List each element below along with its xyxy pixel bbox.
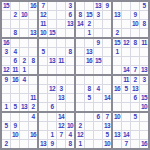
cell-r7c4[interactable]: 8	[29, 57, 37, 65]
cell-r16c12[interactable]: 10	[103, 140, 111, 148]
cell-r7c6[interactable]: 13	[48, 57, 56, 65]
cell-r4c1[interactable]	[2, 29, 10, 37]
cell-r10c2[interactable]	[11, 85, 19, 93]
cell-r9c16[interactable]: 3	[140, 76, 148, 84]
cell-r16c11[interactable]	[94, 140, 102, 148]
cell-r11c8[interactable]	[66, 94, 74, 102]
cell-r15c6[interactable]: 1	[48, 131, 56, 139]
cell-r7c10[interactable]: 16	[85, 57, 93, 65]
cell-r15c5[interactable]	[39, 131, 47, 139]
cell-r7c11[interactable]: 15	[94, 57, 102, 65]
cell-r3c9[interactable]: 14	[76, 20, 84, 28]
cell-r8c3[interactable]: 1	[20, 66, 28, 74]
cell-r13c10[interactable]	[85, 113, 93, 121]
box-r4c2: 1412101741398	[39, 113, 74, 148]
cell-r11c1[interactable]	[2, 94, 10, 102]
cell-r14c8[interactable]: 10	[66, 122, 74, 130]
cell-r12c1[interactable]: 1	[2, 103, 10, 111]
cell-r5c10[interactable]	[85, 39, 93, 47]
cell-r10c13[interactable]: 16	[113, 85, 121, 93]
cell-r12c6[interactable]: 6	[48, 103, 56, 111]
cell-r2c3[interactable]: 10	[20, 11, 28, 19]
cell-r13c16[interactable]	[140, 113, 148, 121]
cell-r4c4[interactable]: 13	[29, 29, 37, 37]
cell-r16c16[interactable]: 16	[140, 140, 148, 148]
cell-r16c5[interactable]: 13	[39, 140, 47, 148]
cell-r7c15[interactable]	[131, 57, 139, 65]
cell-r4c15[interactable]	[131, 29, 139, 37]
cell-r16c15[interactable]	[131, 140, 139, 148]
cell-r16c3[interactable]	[20, 140, 28, 148]
cell-r2c11[interactable]: 3	[94, 11, 102, 19]
cell-r3c2[interactable]	[11, 20, 19, 28]
cell-r14c16[interactable]	[140, 122, 148, 130]
cell-r3c1[interactable]	[2, 20, 10, 28]
cell-r15c1[interactable]	[2, 131, 10, 139]
cell-r3c5[interactable]: 11	[39, 20, 47, 28]
cell-r3c13[interactable]	[113, 20, 121, 28]
cell-r8c4[interactable]	[29, 66, 37, 74]
cell-r13c4[interactable]: 4	[29, 113, 37, 121]
cell-r4c7[interactable]	[57, 29, 65, 37]
cell-r16c14[interactable]: 7	[122, 140, 130, 148]
cell-r3c3[interactable]	[20, 20, 28, 28]
cell-r15c8[interactable]: 4	[66, 131, 74, 139]
cell-r13c12[interactable]: 7	[103, 113, 111, 121]
cell-r9c15[interactable]: 2	[131, 76, 139, 84]
box-r1c1: 1516210813	[2, 2, 37, 37]
cell-r1c3[interactable]	[20, 2, 28, 10]
cell-r15c13[interactable]: 13	[113, 131, 121, 139]
cell-r2c9[interactable]: 8	[76, 11, 84, 19]
cell-r16c6[interactable]: 9	[48, 140, 56, 148]
cell-r1c5[interactable]: 7	[39, 2, 47, 10]
sudoku-board: 1516210813731261113101513981531421513910…	[0, 0, 150, 150]
cell-r1c13[interactable]	[113, 2, 121, 10]
cell-r5c8[interactable]	[66, 39, 74, 47]
cell-r9c1[interactable]: 9	[2, 76, 10, 84]
cell-r11c13[interactable]	[113, 94, 121, 102]
cell-r10c11[interactable]: 4	[94, 85, 102, 93]
cell-r8c5[interactable]	[39, 66, 47, 74]
cell-r6c14[interactable]	[122, 48, 130, 56]
cell-r1c11[interactable]: 13	[94, 2, 102, 10]
box-r3c3: 84514	[76, 76, 111, 111]
cell-r8c8[interactable]	[66, 66, 74, 74]
cell-r1c4[interactable]: 16	[29, 2, 37, 10]
cell-r1c16[interactable]: 5	[140, 2, 148, 10]
cell-r14c11[interactable]	[94, 122, 102, 130]
cell-r1c8[interactable]: 3	[66, 2, 74, 10]
box-r1c4: 51391082	[113, 2, 148, 37]
cell-r15c9[interactable]: 12	[76, 131, 84, 139]
cell-r10c3[interactable]	[20, 85, 28, 93]
cell-r16c7[interactable]	[57, 140, 65, 148]
cell-r13c6[interactable]	[48, 113, 56, 121]
cell-r6c10[interactable]: 13	[85, 48, 93, 56]
cell-r4c8[interactable]	[66, 29, 74, 37]
cell-r12c7[interactable]	[57, 103, 65, 111]
cell-r8c16[interactable]: 13	[140, 66, 148, 74]
cell-r9c4[interactable]	[29, 76, 37, 84]
cell-r15c10[interactable]	[85, 131, 93, 139]
cell-r6c1[interactable]: 3	[2, 48, 10, 56]
cell-r8c11[interactable]	[94, 66, 102, 74]
cell-r2c2[interactable]: 2	[11, 11, 19, 19]
cell-r16c13[interactable]	[113, 140, 121, 148]
cell-r15c14[interactable]: 14	[122, 131, 130, 139]
box-r1c2: 7312611131015	[39, 2, 74, 37]
cell-r5c4[interactable]	[29, 39, 37, 47]
cell-r2c5[interactable]: 12	[39, 11, 47, 19]
cell-r5c3[interactable]	[20, 39, 28, 47]
cell-r15c11[interactable]	[94, 131, 102, 139]
cell-r10c5[interactable]	[39, 85, 47, 93]
cell-r7c8[interactable]	[66, 57, 74, 65]
box-r2c2: 581311	[39, 39, 74, 74]
cell-r6c7[interactable]	[57, 48, 65, 56]
cell-r10c8[interactable]	[66, 85, 74, 93]
cell-r16c4[interactable]	[29, 140, 37, 148]
cell-r13c5[interactable]	[39, 113, 47, 121]
cell-r2c4[interactable]	[29, 11, 37, 19]
cell-r11c6[interactable]	[48, 94, 56, 102]
cell-r4c6[interactable]: 15	[48, 29, 56, 37]
cell-r11c9[interactable]	[76, 94, 84, 102]
cell-r14c12[interactable]: 13	[103, 122, 111, 130]
cell-r13c15[interactable]: 5	[131, 113, 139, 121]
cell-r4c14[interactable]	[122, 29, 130, 37]
cell-r8c14[interactable]: 14	[122, 66, 130, 74]
cell-r12c9[interactable]	[76, 103, 84, 111]
cell-r7c2[interactable]: 6	[11, 57, 19, 65]
cell-r14c13[interactable]	[113, 122, 121, 130]
cell-r4c13[interactable]: 2	[113, 29, 121, 37]
cell-r6c15[interactable]	[131, 48, 139, 56]
cell-r5c9[interactable]	[76, 39, 84, 47]
cell-r15c2[interactable]: 10	[11, 131, 19, 139]
cell-r1c9[interactable]	[76, 2, 84, 10]
cell-r9c13[interactable]	[113, 76, 121, 84]
cell-r13c11[interactable]: 6	[94, 113, 102, 121]
cell-r7c3[interactable]: 2	[20, 57, 28, 65]
cell-r8c9[interactable]	[76, 66, 84, 74]
cell-r13c14[interactable]	[122, 113, 130, 121]
cell-r11c7[interactable]: 13	[57, 94, 65, 102]
cell-r8c13[interactable]	[113, 66, 121, 74]
cell-r1c12[interactable]: 9	[103, 2, 111, 10]
cell-r2c10[interactable]: 15	[85, 11, 93, 19]
cell-r13c13[interactable]: 10	[113, 113, 121, 121]
cell-r5c1[interactable]: 16	[2, 39, 10, 47]
cell-r14c9[interactable]: 2	[76, 122, 84, 130]
cell-r14c14[interactable]	[122, 122, 130, 130]
cell-r7c16[interactable]	[140, 57, 148, 65]
cell-r13c8[interactable]	[66, 113, 74, 121]
cell-r16c9[interactable]: 1	[76, 140, 84, 148]
cell-r5c12[interactable]	[103, 39, 111, 47]
cell-r13c3[interactable]	[20, 113, 28, 121]
cell-r13c2[interactable]	[11, 113, 19, 121]
cell-r5c2[interactable]	[11, 39, 19, 47]
cell-r6c6[interactable]	[48, 48, 56, 56]
cell-r10c14[interactable]: 5	[122, 85, 130, 93]
cell-r12c13[interactable]	[113, 103, 121, 111]
cell-r11c3[interactable]	[20, 94, 28, 102]
cell-r9c6[interactable]	[48, 76, 56, 84]
box-r4c3: 67213125110	[76, 113, 111, 148]
cell-r7c12[interactable]	[103, 57, 111, 65]
cell-r12c15[interactable]	[131, 103, 139, 111]
cell-r5c13[interactable]: 15	[113, 39, 121, 47]
cell-r9c8[interactable]	[66, 76, 74, 84]
cell-r11c2[interactable]	[11, 94, 19, 102]
cell-r15c7[interactable]: 7	[57, 131, 65, 139]
cell-r2c15[interactable]: 9	[131, 11, 139, 19]
cell-r2c8[interactable]: 6	[66, 11, 74, 19]
cell-r7c7[interactable]: 11	[57, 57, 65, 65]
cell-r3c16[interactable]: 8	[140, 20, 148, 28]
cell-r14c1[interactable]: 5	[2, 122, 10, 130]
cell-r1c6[interactable]	[48, 2, 56, 10]
box-r4c4: 1051314716	[113, 113, 148, 148]
cell-r10c15[interactable]: 13	[131, 85, 139, 93]
cell-r5c11[interactable]: 9	[94, 39, 102, 47]
cell-r1c10[interactable]	[85, 2, 93, 10]
cell-r6c16[interactable]	[140, 48, 148, 56]
cell-r9c10[interactable]	[85, 76, 93, 84]
cell-r14c3[interactable]	[20, 122, 28, 130]
cell-r10c1[interactable]	[2, 85, 10, 93]
cell-r8c6[interactable]	[48, 66, 56, 74]
cell-r9c11[interactable]	[94, 76, 102, 84]
cell-r11c16[interactable]: 15	[140, 94, 148, 102]
cell-r6c2[interactable]: 4	[11, 48, 19, 56]
cell-r9c2[interactable]: 16	[11, 76, 19, 84]
cell-r12c14[interactable]	[122, 103, 130, 111]
box-r2c4: 1512811114713	[113, 39, 148, 74]
cell-r13c9[interactable]	[76, 113, 84, 121]
cell-r4c16[interactable]	[140, 29, 148, 37]
cell-r8c10[interactable]	[85, 66, 93, 74]
cell-r4c12[interactable]	[103, 29, 111, 37]
cell-r12c2[interactable]: 5	[11, 103, 19, 111]
cell-r3c15[interactable]: 10	[131, 20, 139, 28]
cell-r10c6[interactable]: 12	[48, 85, 56, 93]
cell-r3c8[interactable]: 13	[66, 20, 74, 28]
cell-r3c14[interactable]	[122, 20, 130, 28]
cell-r6c8[interactable]: 8	[66, 48, 74, 56]
cell-r11c12[interactable]: 14	[103, 94, 111, 102]
cell-r5c14[interactable]: 12	[122, 39, 130, 47]
cell-r4c10[interactable]: 1	[85, 29, 93, 37]
cell-r6c13[interactable]: 1	[113, 48, 121, 56]
cell-r14c15[interactable]	[131, 122, 139, 130]
cell-r8c7[interactable]	[57, 66, 65, 74]
cell-r9c7[interactable]	[57, 76, 65, 84]
cell-r5c15[interactable]: 8	[131, 39, 139, 47]
cell-r12c4[interactable]: 2	[29, 103, 37, 111]
cell-r2c16[interactable]	[140, 11, 148, 19]
cell-r2c14[interactable]	[122, 11, 130, 19]
cell-r10c7[interactable]: 3	[57, 85, 65, 93]
cell-r4c11[interactable]	[94, 29, 102, 37]
box-r3c1: 91641115132	[2, 76, 37, 111]
cell-r3c10[interactable]: 2	[85, 20, 93, 28]
cell-r8c1[interactable]: 12	[2, 66, 10, 74]
cell-r16c8[interactable]: 8	[66, 140, 74, 148]
cell-r14c6[interactable]	[48, 122, 56, 130]
cell-r3c11[interactable]	[94, 20, 102, 28]
cell-r5c7[interactable]	[57, 39, 65, 47]
cell-r3c12[interactable]	[103, 20, 111, 28]
cell-r11c10[interactable]: 5	[85, 94, 93, 102]
cell-r2c1[interactable]	[2, 11, 10, 19]
box-r2c1: 163462812111	[2, 39, 37, 74]
cell-r16c2[interactable]	[11, 140, 19, 148]
box-r3c2: 123136	[39, 76, 74, 111]
cell-r11c4[interactable]: 11	[29, 94, 37, 102]
cell-r14c7[interactable]: 12	[57, 122, 65, 130]
cell-r6c11[interactable]	[94, 48, 102, 56]
cell-r7c9[interactable]	[76, 57, 84, 65]
cell-r1c1[interactable]: 15	[2, 2, 10, 10]
cell-r11c5[interactable]	[39, 94, 47, 102]
cell-r10c4[interactable]	[29, 85, 37, 93]
cell-r15c12[interactable]: 5	[103, 131, 111, 139]
cell-r10c16[interactable]	[140, 85, 148, 93]
cell-r1c15[interactable]	[131, 2, 139, 10]
cell-r10c12[interactable]	[103, 85, 111, 93]
cell-r4c3[interactable]	[20, 29, 28, 37]
cell-r6c5[interactable]: 5	[39, 48, 47, 56]
cell-r14c5[interactable]	[39, 122, 47, 130]
box-r2c3: 9131615	[76, 39, 111, 74]
cell-r2c7[interactable]	[57, 11, 65, 19]
cell-r12c5[interactable]	[39, 103, 47, 111]
cell-r4c5[interactable]: 10	[39, 29, 47, 37]
cell-r14c2[interactable]: 9	[11, 122, 19, 130]
cell-r1c14[interactable]	[122, 2, 130, 10]
cell-r12c10[interactable]	[85, 103, 93, 111]
cell-r9c3[interactable]: 4	[20, 76, 28, 84]
cell-r12c8[interactable]	[66, 103, 74, 111]
cell-r8c2[interactable]: 11	[11, 66, 19, 74]
cell-r14c4[interactable]	[29, 122, 37, 130]
cell-r7c5[interactable]	[39, 57, 47, 65]
cell-r8c15[interactable]: 7	[131, 66, 139, 74]
cell-r9c5[interactable]	[39, 76, 47, 84]
cell-r15c4[interactable]: 16	[29, 131, 37, 139]
cell-r2c6[interactable]	[48, 11, 56, 19]
cell-r6c9[interactable]	[76, 48, 84, 56]
box-r4c1: 45910162	[2, 113, 37, 148]
cell-r7c1[interactable]	[2, 57, 10, 65]
cell-r11c14[interactable]	[122, 94, 130, 102]
cell-r3c4[interactable]	[29, 20, 37, 28]
cell-r2c12[interactable]	[103, 11, 111, 19]
cell-r12c11[interactable]	[94, 103, 102, 111]
cell-r12c12[interactable]	[103, 103, 111, 111]
cell-r2c13[interactable]: 13	[113, 11, 121, 19]
cell-r9c14[interactable]: 11	[122, 76, 130, 84]
cell-r15c16[interactable]	[140, 131, 148, 139]
cell-r15c15[interactable]	[131, 131, 139, 139]
cell-r11c15[interactable]: 6	[131, 94, 139, 102]
cell-r5c5[interactable]	[39, 39, 47, 47]
cell-r6c3[interactable]	[20, 48, 28, 56]
cell-r10c9[interactable]	[76, 85, 84, 93]
cell-r1c2[interactable]	[11, 2, 19, 10]
cell-r16c10[interactable]	[85, 140, 93, 148]
cell-r1c7[interactable]	[57, 2, 65, 10]
cell-r4c9[interactable]	[76, 29, 84, 37]
cell-r15c3[interactable]	[20, 131, 28, 139]
cell-r5c16[interactable]: 11	[140, 39, 148, 47]
cell-r12c3[interactable]: 13	[20, 103, 28, 111]
cell-r12c16[interactable]: 10	[140, 103, 148, 111]
box-r1c3: 13981531421	[76, 2, 111, 37]
cell-r13c7[interactable]: 14	[57, 113, 65, 121]
cell-r13c1[interactable]	[2, 113, 10, 121]
cell-r5c6[interactable]	[48, 39, 56, 47]
cell-r8c12[interactable]	[103, 66, 111, 74]
cell-r7c13[interactable]	[113, 57, 121, 65]
cell-r16c1[interactable]: 2	[2, 140, 10, 148]
cell-r6c4[interactable]	[29, 48, 37, 56]
cell-r9c12[interactable]	[103, 76, 111, 84]
cell-r7c14[interactable]	[122, 57, 130, 65]
box-r3c4: 11231651361510	[113, 76, 148, 111]
cell-r9c9[interactable]	[76, 76, 84, 84]
cell-r6c12[interactable]	[103, 48, 111, 56]
cell-r3c7[interactable]	[57, 20, 65, 28]
cell-r4c2[interactable]: 8	[11, 29, 19, 37]
cell-r14c10[interactable]	[85, 122, 93, 130]
cell-r3c6[interactable]	[48, 20, 56, 28]
cell-r11c11[interactable]	[94, 94, 102, 102]
cell-r10c10[interactable]: 8	[85, 85, 93, 93]
